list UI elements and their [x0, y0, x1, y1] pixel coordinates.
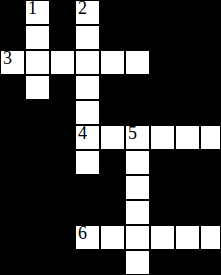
crossword-cell-r1c1[interactable]	[25, 25, 50, 50]
blocked-cell-r4c1	[25, 100, 50, 125]
crossword-cell-r0c1[interactable]: 1	[25, 0, 50, 25]
crossword-cell-r5c8[interactable]	[200, 125, 221, 150]
blocked-cell-r1c0	[0, 25, 25, 50]
blocked-cell-r2c8	[200, 50, 221, 75]
blocked-cell-r5c2	[50, 125, 75, 150]
blocked-cell-r8c3	[75, 200, 100, 225]
blocked-cell-r7c2	[50, 175, 75, 200]
blocked-cell-r3c5	[125, 75, 150, 100]
crossword-cell-r4c3[interactable]	[75, 100, 100, 125]
crossword-cell-r9c5[interactable]	[125, 225, 150, 250]
crossword-cell-r9c7[interactable]	[175, 225, 200, 250]
blocked-cell-r6c1	[25, 150, 50, 175]
crossword-cell-r9c8[interactable]	[200, 225, 221, 250]
blocked-cell-r8c0	[0, 200, 25, 225]
crossword-cell-r5c7[interactable]	[175, 125, 200, 150]
blocked-cell-r3c6	[150, 75, 175, 100]
blocked-cell-r0c5	[125, 0, 150, 25]
crossword-cell-r3c3[interactable]	[75, 75, 100, 100]
clue-number-4: 4	[78, 125, 87, 142]
crossword-cell-r2c2[interactable]	[50, 50, 75, 75]
blocked-cell-r10c7	[175, 250, 200, 275]
blocked-cell-r4c6	[150, 100, 175, 125]
blocked-cell-r7c4	[100, 175, 125, 200]
clue-number-5: 5	[128, 125, 137, 142]
blocked-cell-r10c4	[100, 250, 125, 275]
crossword-cell-r2c4[interactable]	[100, 50, 125, 75]
clue-number-3: 3	[3, 50, 12, 67]
blocked-cell-r0c4	[100, 0, 125, 25]
blocked-cell-r7c3	[75, 175, 100, 200]
crossword-cell-r10c5[interactable]	[125, 250, 150, 275]
crossword-cell-r1c3[interactable]	[75, 25, 100, 50]
blocked-cell-r6c6	[150, 150, 175, 175]
crossword-cell-r9c3[interactable]: 6	[75, 225, 100, 250]
crossword-cell-r5c5[interactable]: 5	[125, 125, 150, 150]
crossword-cell-r5c4[interactable]	[100, 125, 125, 150]
blocked-cell-r3c8	[200, 75, 221, 100]
crossword-cell-r2c1[interactable]	[25, 50, 50, 75]
blocked-cell-r0c2	[50, 0, 75, 25]
clue-number-2: 2	[78, 0, 87, 17]
clue-number-1: 1	[28, 0, 37, 17]
blocked-cell-r10c3	[75, 250, 100, 275]
blocked-cell-r6c7	[175, 150, 200, 175]
blocked-cell-r4c8	[200, 100, 221, 125]
blocked-cell-r9c2	[50, 225, 75, 250]
blocked-cell-r4c5	[125, 100, 150, 125]
blocked-cell-r0c8	[200, 0, 221, 25]
blocked-cell-r0c0	[0, 0, 25, 25]
blocked-cell-r7c1	[25, 175, 50, 200]
blocked-cell-r5c1	[25, 125, 50, 150]
blocked-cell-r1c5	[125, 25, 150, 50]
blocked-cell-r1c4	[100, 25, 125, 50]
crossword-cell-r6c3[interactable]	[75, 150, 100, 175]
blocked-cell-r7c6	[150, 175, 175, 200]
crossword-cell-r8c5[interactable]	[125, 200, 150, 225]
blocked-cell-r9c0	[0, 225, 25, 250]
blocked-cell-r8c2	[50, 200, 75, 225]
blocked-cell-r3c7	[175, 75, 200, 100]
blocked-cell-r8c1	[25, 200, 50, 225]
blocked-cell-r4c4	[100, 100, 125, 125]
blocked-cell-r9c1	[25, 225, 50, 250]
blocked-cell-r8c8	[200, 200, 221, 225]
blocked-cell-r1c7	[175, 25, 200, 50]
blocked-cell-r3c0	[0, 75, 25, 100]
crossword-cell-r5c6[interactable]	[150, 125, 175, 150]
blocked-cell-r4c2	[50, 100, 75, 125]
blocked-cell-r0c6	[150, 0, 175, 25]
blocked-cell-r10c2	[50, 250, 75, 275]
crossword-cell-r7c5[interactable]	[125, 175, 150, 200]
blocked-cell-r10c8	[200, 250, 221, 275]
crossword-cell-r2c3[interactable]	[75, 50, 100, 75]
blocked-cell-r7c7	[175, 175, 200, 200]
blocked-cell-r5c0	[0, 125, 25, 150]
blocked-cell-r1c2	[50, 25, 75, 50]
blocked-cell-r4c0	[0, 100, 25, 125]
crossword-cell-r9c4[interactable]	[100, 225, 125, 250]
crossword-cell-r0c3[interactable]: 2	[75, 0, 100, 25]
blocked-cell-r8c7	[175, 200, 200, 225]
blocked-cell-r2c6	[150, 50, 175, 75]
crossword-cell-r3c1[interactable]	[25, 75, 50, 100]
blocked-cell-r0c7	[175, 0, 200, 25]
blocked-cell-r6c4	[100, 150, 125, 175]
blocked-cell-r6c0	[0, 150, 25, 175]
crossword-board: 123456	[0, 0, 221, 275]
crossword-cell-r2c5[interactable]	[125, 50, 150, 75]
blocked-cell-r10c0	[0, 250, 25, 275]
blocked-cell-r1c8	[200, 25, 221, 50]
crossword-cell-r9c6[interactable]	[150, 225, 175, 250]
blocked-cell-r7c0	[0, 175, 25, 200]
blocked-cell-r6c2	[50, 150, 75, 175]
blocked-cell-r1c6	[150, 25, 175, 50]
clue-number-6: 6	[78, 225, 87, 242]
blocked-cell-r3c4	[100, 75, 125, 100]
blocked-cell-r8c4	[100, 200, 125, 225]
blocked-cell-r6c8	[200, 150, 221, 175]
crossword-cell-r6c5[interactable]	[125, 150, 150, 175]
blocked-cell-r10c6	[150, 250, 175, 275]
crossword-cell-r2c0[interactable]: 3	[0, 50, 25, 75]
crossword-cell-r5c3[interactable]: 4	[75, 125, 100, 150]
blocked-cell-r10c1	[25, 250, 50, 275]
blocked-cell-r4c7	[175, 100, 200, 125]
blocked-cell-r8c6	[150, 200, 175, 225]
blocked-cell-r3c2	[50, 75, 75, 100]
blocked-cell-r2c7	[175, 50, 200, 75]
blocked-cell-r7c8	[200, 175, 221, 200]
